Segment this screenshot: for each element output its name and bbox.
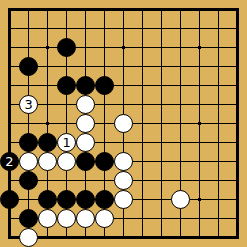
black-stone — [76, 190, 95, 209]
white-stone — [76, 114, 95, 133]
star-point — [46, 46, 49, 49]
white-stone — [19, 152, 38, 171]
black-stone — [76, 152, 95, 171]
white-stone — [57, 152, 76, 171]
move-number-label: 1 — [62, 136, 70, 149]
black-stone — [57, 190, 76, 209]
grid-line-vertical — [142, 8, 143, 239]
black-stone — [95, 76, 114, 95]
black-stone — [0, 190, 19, 209]
white-stone — [171, 190, 190, 209]
white-stone — [38, 152, 57, 171]
white-stone — [114, 171, 133, 190]
white-stone — [95, 209, 114, 228]
grid-line-vertical — [236, 8, 239, 239]
star-point — [198, 46, 201, 49]
black-stone — [57, 76, 76, 95]
white-stone: 3 — [19, 95, 38, 114]
white-stone — [76, 133, 95, 152]
black-stone — [95, 190, 114, 209]
black-stone — [19, 133, 38, 152]
move-number-label: 2 — [5, 155, 13, 168]
grid-line-vertical — [218, 8, 219, 239]
white-stone: 1 — [57, 133, 76, 152]
go-board[interactable]: 312 — [0, 0, 247, 247]
white-stone — [76, 209, 95, 228]
white-stone — [76, 95, 95, 114]
black-stone — [19, 171, 38, 190]
black-stone — [95, 152, 114, 171]
black-stone — [57, 38, 76, 57]
black-stone — [76, 76, 95, 95]
white-stone — [114, 152, 133, 171]
black-stone: 2 — [0, 152, 19, 171]
white-stone — [114, 114, 133, 133]
star-point — [46, 122, 49, 125]
black-stone — [19, 57, 38, 76]
white-stone — [114, 190, 133, 209]
white-stone — [38, 209, 57, 228]
grid-line-horizontal — [8, 236, 239, 239]
white-stone — [19, 228, 38, 247]
white-stone — [57, 209, 76, 228]
star-point — [198, 198, 201, 201]
star-point — [122, 46, 125, 49]
move-number-label: 3 — [24, 98, 32, 111]
grid-line-vertical — [161, 8, 162, 239]
star-point — [198, 122, 201, 125]
black-stone — [38, 133, 57, 152]
black-stone — [19, 209, 38, 228]
black-stone — [38, 190, 57, 209]
